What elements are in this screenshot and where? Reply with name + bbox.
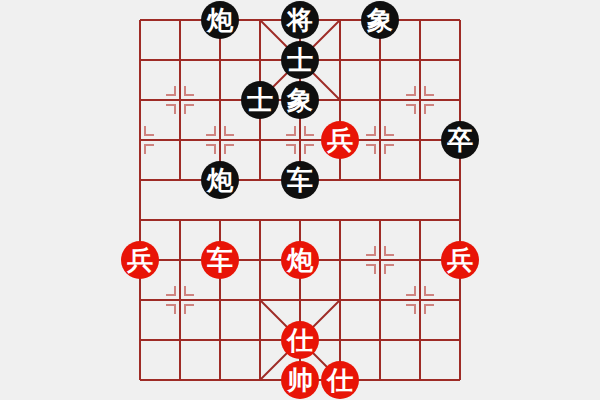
piece-black-general-e10[interactable]: 将 <box>281 1 319 39</box>
piece-red-soldier-a4[interactable]: 兵 <box>121 241 159 279</box>
piece-red-soldier-i4[interactable]: 兵 <box>441 241 479 279</box>
piece-black-elephant-g10[interactable]: 象 <box>361 1 399 39</box>
piece-red-cannon-e4[interactable]: 炮 <box>281 241 319 279</box>
app-background: 炮将象士士象卒炮车兵兵车炮兵仕帅仕 <box>0 0 600 400</box>
piece-red-chariot-c4[interactable]: 车 <box>201 241 239 279</box>
piece-red-advisor-e2[interactable]: 仕 <box>281 321 319 359</box>
piece-black-soldier-i7[interactable]: 卒 <box>441 121 479 159</box>
piece-black-cannon-c10[interactable]: 炮 <box>201 1 239 39</box>
piece-red-advisor-f1[interactable]: 仕 <box>321 361 359 399</box>
piece-black-chariot-e6[interactable]: 车 <box>281 161 319 199</box>
xiangqi-board[interactable]: 炮将象士士象卒炮车兵兵车炮兵仕帅仕 <box>120 0 480 400</box>
piece-black-cannon-c6[interactable]: 炮 <box>201 161 239 199</box>
piece-black-advisor-d8[interactable]: 士 <box>241 81 279 119</box>
piece-red-soldier-f7[interactable]: 兵 <box>321 121 359 159</box>
piece-red-general-e1[interactable]: 帅 <box>281 361 319 399</box>
piece-black-advisor-e9[interactable]: 士 <box>281 41 319 79</box>
piece-black-elephant-e8[interactable]: 象 <box>281 81 319 119</box>
